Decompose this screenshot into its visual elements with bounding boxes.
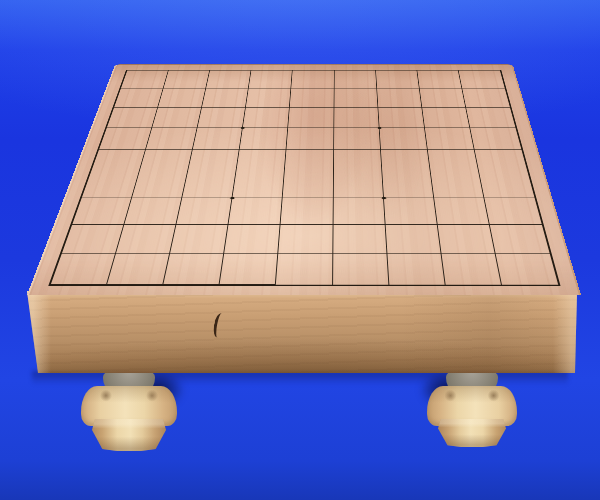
- board-cell: [431, 173, 485, 198]
- board-cell: [285, 150, 334, 173]
- board-cell: [384, 198, 438, 225]
- photo-backdrop: [0, 0, 600, 500]
- board-top-surface: [27, 64, 581, 295]
- board-cell: [114, 88, 164, 107]
- board-cell: [333, 198, 385, 225]
- board-cell: [198, 108, 246, 128]
- board-cell: [495, 253, 558, 284]
- board-cell: [437, 225, 495, 254]
- board-cell: [484, 198, 542, 225]
- board-cell: [417, 70, 462, 88]
- board-front-face: [27, 291, 577, 373]
- board-cell: [116, 225, 176, 254]
- board-cell: [376, 70, 420, 88]
- board-cell: [152, 108, 202, 128]
- board-cell: [334, 70, 377, 88]
- board-cell: [279, 225, 333, 254]
- board-cell: [202, 88, 249, 107]
- board-cell: [466, 108, 516, 128]
- board-cell: [182, 173, 236, 198]
- board-cell: [99, 128, 152, 150]
- board-cell: [177, 198, 233, 225]
- board-cell: [441, 253, 501, 284]
- board-cell: [428, 150, 480, 173]
- board-cell: [243, 108, 290, 128]
- board-cell: [82, 173, 139, 198]
- board-cell: [249, 70, 293, 88]
- board-cell: [459, 70, 505, 88]
- board-cell: [107, 108, 158, 128]
- board-cell: [72, 198, 132, 225]
- board-cell: [334, 128, 381, 150]
- board-cell: [224, 225, 280, 254]
- board-cell: [333, 253, 389, 284]
- wood-knot: [212, 312, 227, 339]
- board-cell: [51, 253, 116, 284]
- hoshi-dot: [381, 197, 386, 199]
- board-cell: [283, 173, 334, 198]
- board-cell: [276, 253, 333, 284]
- board-cell: [240, 128, 289, 150]
- board-grid: [48, 70, 560, 286]
- board-cell: [287, 128, 334, 150]
- board-cell: [381, 150, 431, 173]
- board-cell: [378, 108, 425, 128]
- board-cell: [163, 253, 224, 284]
- board-cell: [281, 198, 333, 225]
- board-leg-right: [427, 369, 517, 449]
- board-cell: [382, 173, 434, 198]
- board-cell: [434, 198, 490, 225]
- board-cell: [425, 128, 475, 150]
- board-cell: [188, 150, 240, 173]
- board-cell: [288, 108, 334, 128]
- board-cell: [334, 150, 383, 173]
- board-cell: [124, 198, 182, 225]
- board-cell: [229, 198, 283, 225]
- board-cell: [490, 225, 550, 254]
- board-cell: [419, 88, 466, 107]
- board-cell: [470, 128, 521, 150]
- board-cell: [462, 88, 510, 107]
- board-leg-left: [81, 369, 177, 453]
- board-cell: [479, 173, 534, 198]
- board-cell: [91, 150, 146, 173]
- board-cell: [333, 225, 387, 254]
- board-cell: [62, 225, 125, 254]
- board-cell: [290, 88, 334, 107]
- board-cell: [475, 150, 528, 173]
- board-cell: [206, 70, 251, 88]
- board-cell: [220, 253, 279, 284]
- board-cell: [170, 225, 228, 254]
- board-cell: [139, 150, 193, 173]
- board-cell: [132, 173, 188, 198]
- leg-foot: [438, 419, 506, 447]
- board-cell: [158, 88, 206, 107]
- board-cell: [164, 70, 211, 88]
- board-cell: [377, 88, 422, 107]
- board-cell: [379, 128, 427, 150]
- leg-foot: [92, 419, 166, 451]
- board-cell: [121, 70, 169, 88]
- hoshi-dot: [377, 127, 381, 129]
- board-cell: [334, 88, 378, 107]
- board-cell: [333, 173, 383, 198]
- board-cell: [146, 128, 198, 150]
- board-cell: [246, 88, 291, 107]
- board-cell: [422, 108, 470, 128]
- board-cell: [107, 253, 170, 284]
- board-cell: [385, 225, 441, 254]
- board-cell: [334, 108, 379, 128]
- board-cell: [193, 128, 243, 150]
- board-cell: [236, 150, 286, 173]
- board-cell: [292, 70, 335, 88]
- board-cell: [233, 173, 285, 198]
- board-cell: [387, 253, 445, 284]
